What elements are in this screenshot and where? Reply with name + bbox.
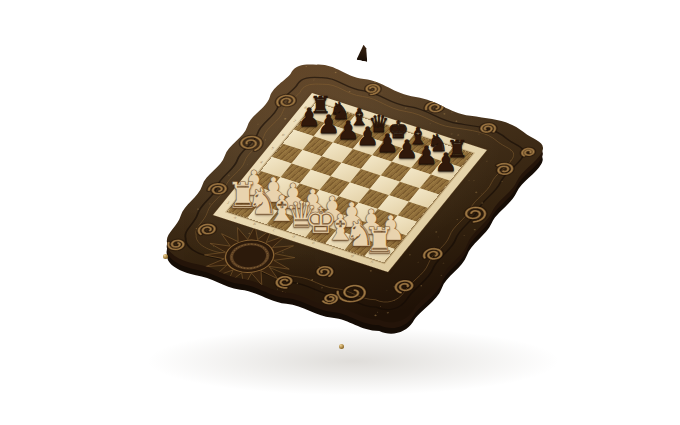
file-label: c: [272, 229, 277, 233]
rank-label: 4: [259, 161, 264, 165]
file-label: h: [369, 261, 374, 265]
rank-label: 3: [248, 174, 253, 178]
file-label: g: [350, 254, 355, 258]
file-label: a: [233, 216, 238, 220]
wood-speckle: [460, 106, 462, 107]
rank-label: 6: [281, 133, 286, 137]
rank-label: 7: [292, 120, 297, 124]
file-label: e: [311, 241, 316, 245]
brass-pin: [163, 254, 168, 259]
wood-speckle: [235, 137, 236, 138]
floor-shadow: [118, 322, 588, 400]
rank-label: 5: [270, 147, 275, 151]
brass-pin: [339, 344, 344, 349]
rank-label: 1: [225, 201, 230, 205]
rank-label: 2: [236, 188, 241, 192]
carved-chess-case: abcdefgh87654321: [144, 55, 559, 334]
chess-set-photo: abcdefgh87654321 ♜♞♝♛♚♝♞♜♟♟♟♟♟♟♟♟♟♟♟♟♟♟♟…: [0, 0, 680, 425]
wood-speckle: [161, 252, 163, 253]
wood-speckle: [547, 149, 549, 150]
rank-label: 8: [303, 106, 308, 110]
file-label: d: [291, 235, 296, 239]
clasp-hinge: [356, 44, 370, 62]
file-label: b: [252, 222, 257, 226]
file-label: f: [330, 248, 334, 251]
